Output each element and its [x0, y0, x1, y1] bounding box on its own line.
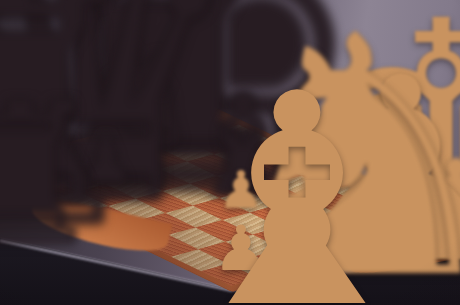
chess-photo-scene: ♜♜♟♟♛♟♞♜♚♝♟♟♝♞♟♚♟	[0, 0, 460, 305]
